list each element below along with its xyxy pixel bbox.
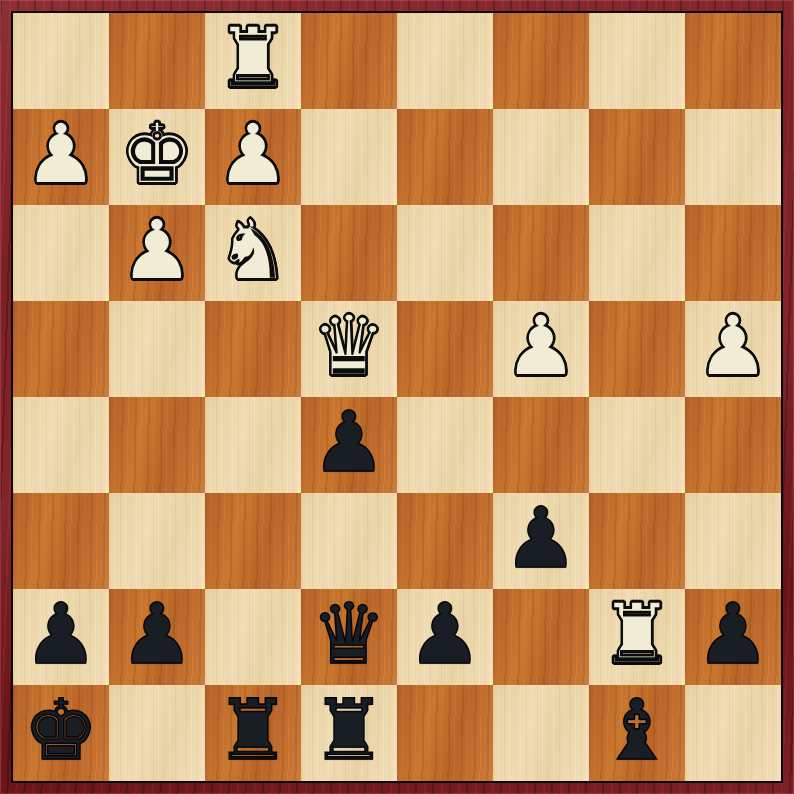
- square-f6[interactable]: [493, 205, 589, 301]
- square-g6[interactable]: [589, 205, 685, 301]
- square-d7[interactable]: [301, 109, 397, 205]
- piece-black-pawn: ♟: [503, 490, 578, 586]
- square-f3[interactable]: ♟: [493, 493, 589, 589]
- square-h5[interactable]: ♟: [685, 301, 781, 397]
- piece-white-pawn: ♟: [695, 298, 770, 394]
- square-d5[interactable]: ♛: [301, 301, 397, 397]
- square-b4[interactable]: [109, 397, 205, 493]
- square-g3[interactable]: [589, 493, 685, 589]
- square-b3[interactable]: [109, 493, 205, 589]
- square-a1[interactable]: ♚: [13, 685, 109, 781]
- piece-white-king: ♚: [119, 106, 194, 202]
- piece-white-queen: ♛: [311, 298, 386, 394]
- square-e1[interactable]: [397, 685, 493, 781]
- piece-white-knight: ♞: [215, 202, 290, 298]
- square-d1[interactable]: ♜: [301, 685, 397, 781]
- square-h4[interactable]: [685, 397, 781, 493]
- square-a8[interactable]: [13, 13, 109, 109]
- chess-board: ♜♟♚♟♟♞♛♟♟♟♟♟♟♛♟♜♟♚♜♜♝: [11, 11, 783, 783]
- square-c6[interactable]: ♞: [205, 205, 301, 301]
- square-f1[interactable]: [493, 685, 589, 781]
- square-e7[interactable]: [397, 109, 493, 205]
- square-h2[interactable]: ♟: [685, 589, 781, 685]
- square-b5[interactable]: [109, 301, 205, 397]
- piece-black-rook: ♜: [311, 682, 386, 778]
- square-h1[interactable]: [685, 685, 781, 781]
- square-c2[interactable]: [205, 589, 301, 685]
- piece-black-pawn: ♟: [407, 586, 482, 682]
- piece-black-pawn: ♟: [695, 586, 770, 682]
- square-a6[interactable]: [13, 205, 109, 301]
- square-g4[interactable]: [589, 397, 685, 493]
- piece-black-rook: ♜: [215, 682, 290, 778]
- square-e8[interactable]: [397, 13, 493, 109]
- square-e2[interactable]: ♟: [397, 589, 493, 685]
- square-d2[interactable]: ♛: [301, 589, 397, 685]
- square-f8[interactable]: [493, 13, 589, 109]
- piece-black-pawn: ♟: [311, 394, 386, 490]
- square-h3[interactable]: [685, 493, 781, 589]
- square-c3[interactable]: [205, 493, 301, 589]
- square-d3[interactable]: [301, 493, 397, 589]
- piece-white-pawn: ♟: [119, 202, 194, 298]
- square-f4[interactable]: [493, 397, 589, 493]
- square-f2[interactable]: [493, 589, 589, 685]
- square-f7[interactable]: [493, 109, 589, 205]
- square-h7[interactable]: [685, 109, 781, 205]
- square-e4[interactable]: [397, 397, 493, 493]
- square-a7[interactable]: ♟: [13, 109, 109, 205]
- square-c7[interactable]: ♟: [205, 109, 301, 205]
- square-c4[interactable]: [205, 397, 301, 493]
- square-b2[interactable]: ♟: [109, 589, 205, 685]
- board-frame: ♜♟♚♟♟♞♛♟♟♟♟♟♟♛♟♜♟♚♜♜♝: [0, 0, 794, 794]
- piece-white-pawn: ♟: [23, 106, 98, 202]
- square-b8[interactable]: [109, 13, 205, 109]
- piece-black-pawn: ♟: [119, 586, 194, 682]
- piece-black-pawn: ♟: [23, 586, 98, 682]
- square-d6[interactable]: [301, 205, 397, 301]
- square-h6[interactable]: [685, 205, 781, 301]
- piece-black-king: ♚: [23, 682, 98, 778]
- square-c8[interactable]: ♜: [205, 13, 301, 109]
- square-b6[interactable]: ♟: [109, 205, 205, 301]
- piece-black-bishop: ♝: [599, 682, 674, 778]
- piece-white-pawn: ♟: [503, 298, 578, 394]
- square-b1[interactable]: [109, 685, 205, 781]
- square-a2[interactable]: ♟: [13, 589, 109, 685]
- square-e5[interactable]: [397, 301, 493, 397]
- square-c1[interactable]: ♜: [205, 685, 301, 781]
- square-g1[interactable]: ♝: [589, 685, 685, 781]
- piece-white-pawn: ♟: [215, 106, 290, 202]
- square-d8[interactable]: [301, 13, 397, 109]
- square-b7[interactable]: ♚: [109, 109, 205, 205]
- square-g7[interactable]: [589, 109, 685, 205]
- square-a4[interactable]: [13, 397, 109, 493]
- square-g2[interactable]: ♜: [589, 589, 685, 685]
- piece-white-rook: ♜: [215, 10, 290, 106]
- square-c5[interactable]: [205, 301, 301, 397]
- square-d4[interactable]: ♟: [301, 397, 397, 493]
- piece-white-rook: ♜: [599, 586, 674, 682]
- square-a3[interactable]: [13, 493, 109, 589]
- square-g5[interactable]: [589, 301, 685, 397]
- square-e3[interactable]: [397, 493, 493, 589]
- square-g8[interactable]: [589, 13, 685, 109]
- square-e6[interactable]: [397, 205, 493, 301]
- square-f5[interactable]: ♟: [493, 301, 589, 397]
- square-a5[interactable]: [13, 301, 109, 397]
- piece-black-queen: ♛: [311, 586, 386, 682]
- square-h8[interactable]: [685, 13, 781, 109]
